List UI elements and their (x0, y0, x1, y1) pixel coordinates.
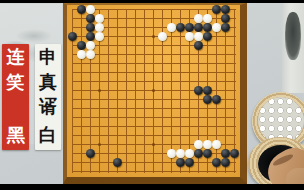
black-player-banner: 连 笑 黑 (2, 44, 29, 150)
stone-white (185, 32, 194, 41)
stone-white (212, 140, 221, 149)
stone-black (194, 86, 203, 95)
stone-white (95, 14, 104, 23)
stone-white (95, 32, 104, 41)
black-player-name-char: 连 (7, 44, 25, 69)
stone-black (203, 86, 212, 95)
stone-black (230, 149, 239, 158)
scroll-ink-painting (285, 12, 301, 60)
stone-black (86, 149, 95, 158)
stone-black (203, 23, 212, 32)
stone-black (221, 5, 230, 14)
stone-white (203, 140, 212, 149)
stone-black (212, 158, 221, 167)
stone-black (113, 158, 122, 167)
stone-black (77, 41, 86, 50)
stone-black (221, 14, 230, 23)
stone-black (176, 158, 185, 167)
stone-black (212, 5, 221, 14)
stone-white (194, 140, 203, 149)
stone-white (194, 14, 203, 23)
stone-white (167, 23, 176, 32)
stone-black (185, 23, 194, 32)
stone-black (194, 23, 203, 32)
stone-black (203, 149, 212, 158)
stone-black (68, 32, 77, 41)
stone-white (167, 149, 176, 158)
stone-black (221, 149, 230, 158)
stone-black (185, 158, 194, 167)
stone-white (158, 32, 167, 41)
stone-black (176, 23, 185, 32)
white-player-banner: 申 真 谞 白 (35, 44, 61, 150)
stone-white (203, 14, 212, 23)
stone-white (176, 149, 185, 158)
stone-white (86, 50, 95, 59)
stone-white (95, 23, 104, 32)
stone-black (203, 32, 212, 41)
black-side-label: 黑 (7, 123, 25, 147)
star-point (98, 143, 101, 146)
stone-black (212, 95, 221, 104)
stone-black (194, 41, 203, 50)
go-board (63, 3, 247, 184)
stone-black (86, 14, 95, 23)
star-point (152, 35, 155, 38)
video-frame: 连 笑 黑 申 真 谞 白 (0, 0, 304, 190)
white-player-name-char: 申 (39, 44, 57, 69)
stone-black (221, 158, 230, 167)
black-player-name-char: 笑 (7, 69, 25, 94)
star-point (152, 143, 155, 146)
stone-white (77, 50, 86, 59)
stone-black (86, 23, 95, 32)
white-player-name-char: 谞 (39, 94, 57, 119)
stone-white (212, 23, 221, 32)
stone-black (221, 23, 230, 32)
stone-white (86, 5, 95, 14)
stone-white (194, 32, 203, 41)
letterbox-bar-bottom (0, 184, 304, 190)
letterbox-bar-top (0, 0, 304, 3)
star-point (152, 89, 155, 92)
stone-black (77, 5, 86, 14)
stone-black (203, 95, 212, 104)
white-player-name-char: 真 (39, 69, 57, 94)
stone-white (86, 41, 95, 50)
star-point (98, 89, 101, 92)
stone-black (86, 32, 95, 41)
stone-white (185, 149, 194, 158)
white-side-label: 白 (39, 123, 57, 147)
stone-black (194, 149, 203, 158)
